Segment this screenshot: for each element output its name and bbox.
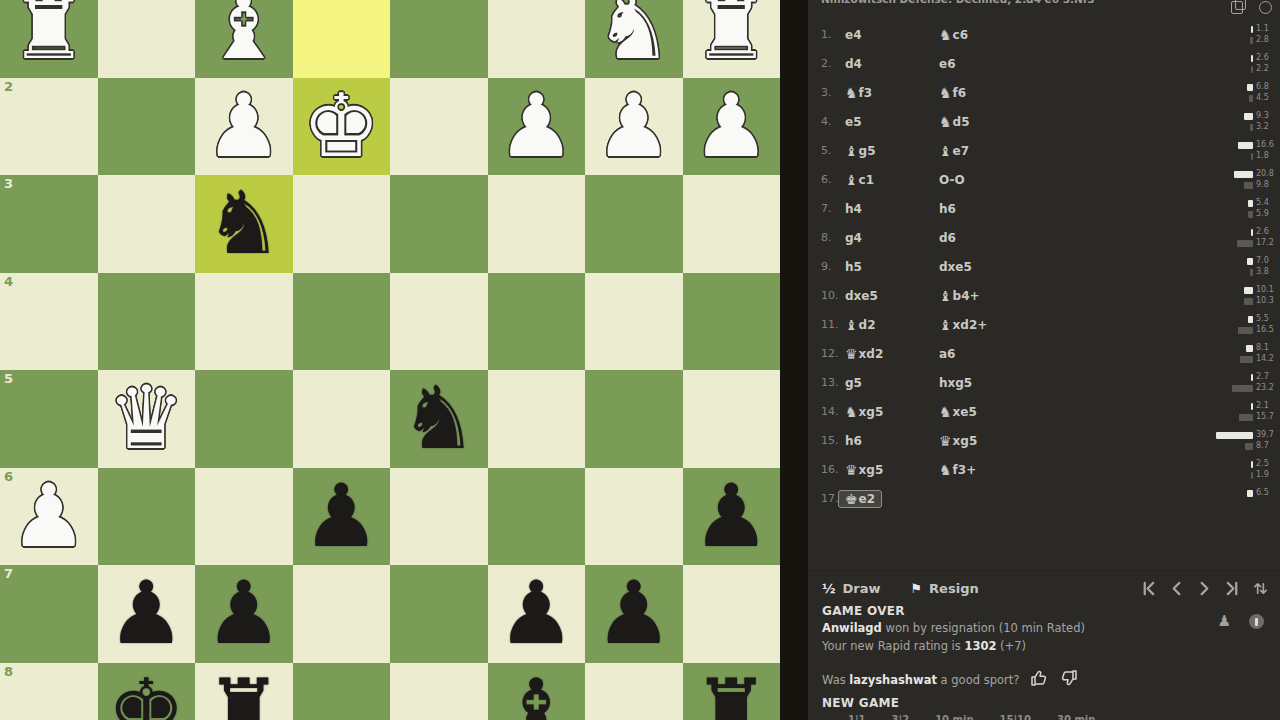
move-number: 12. (821, 347, 845, 360)
move-text: d2 (859, 318, 876, 332)
piece-black-knight[interactable]: ♞ (205, 175, 283, 272)
move-text: h6 (939, 202, 956, 216)
move-number: 9. (821, 260, 845, 273)
bishop-move-icon: ♝ (845, 144, 858, 158)
black-move-time: 16.5 (1186, 325, 1278, 336)
bishop-move-icon: ♝ (939, 289, 952, 303)
black-move[interactable]: hxg5 (939, 376, 1089, 390)
time-value: 1.9 (1256, 471, 1278, 479)
black-time-bar (1244, 298, 1253, 305)
square-c7[interactable]: ♟ (488, 565, 586, 663)
white-move-time: 10.1 (1186, 285, 1278, 296)
time-value: 8.7 (1256, 442, 1278, 450)
move-row: 10.dxe5♝b4+10.110.3 (808, 281, 1280, 310)
next-move-button[interactable] (1197, 581, 1212, 596)
square-f7[interactable]: ♟ (195, 565, 293, 663)
white-move-time: 5.5 (1186, 314, 1278, 325)
white-move[interactable]: ♛xd2 (845, 347, 939, 361)
black-move-time: 3.8 (1186, 267, 1278, 278)
black-time-bar (1232, 385, 1253, 392)
black-move-time: 17.2 (1186, 238, 1278, 249)
time-control-option[interactable]: 30 min (1057, 714, 1095, 720)
time-value: 5.4 (1256, 199, 1278, 207)
time-value: 6.8 (1256, 83, 1278, 91)
white-move-time: 2.6 (1186, 227, 1278, 238)
time-value: 2.2 (1256, 65, 1278, 73)
piece-black-knight[interactable]: ♞ (400, 370, 478, 467)
time-control-option[interactable]: 10 min (935, 714, 973, 720)
white-time-bar (1251, 461, 1253, 468)
square-b7[interactable]: ♟ (585, 565, 683, 663)
square-b4[interactable] (585, 273, 683, 371)
square-g2[interactable] (98, 78, 196, 176)
move-row: 12.♛xd2a68.114.2 (808, 339, 1280, 368)
square-a8[interactable]: ♜ (683, 663, 781, 720)
copy-icon[interactable] (1231, 1, 1243, 14)
knight-move-icon: ♞ (939, 28, 952, 42)
time-value: 1.1 (1256, 25, 1278, 33)
white-move-time: 5.4 (1186, 198, 1278, 209)
rank-label-5: 5 (4, 372, 13, 385)
black-move-time: 1.8 (1186, 151, 1278, 162)
square-f1[interactable]: ♝ (195, 0, 293, 78)
black-time-bar (1237, 240, 1253, 247)
square-e1[interactable] (293, 0, 391, 78)
black-time-bar (1250, 124, 1253, 131)
white-time-bar (1251, 26, 1253, 33)
time-value: 3.8 (1256, 268, 1278, 276)
black-move-time: 9.8 (1186, 180, 1278, 191)
move-row: 17.♚e26.5 (808, 484, 1280, 513)
square-a7[interactable] (683, 565, 781, 663)
square-f2[interactable]: ♟ (195, 78, 293, 176)
square-h6[interactable]: 6♟ (0, 468, 98, 566)
square-d8[interactable] (390, 663, 488, 720)
piece-white-king[interactable]: ♚ (302, 78, 380, 175)
black-time-bar (1240, 356, 1253, 363)
square-h8[interactable]: 8 (0, 663, 98, 720)
move-row: 9.h5dxe57.03.8 (808, 252, 1280, 281)
square-g1[interactable] (98, 0, 196, 78)
bishop-move-icon: ♝ (845, 318, 858, 332)
move-number: 11. (821, 318, 845, 331)
move-text: c6 (953, 28, 968, 42)
white-time-bar (1247, 490, 1253, 497)
square-e4[interactable] (293, 273, 391, 371)
sidebar-panel: Nimzowitsch Defense: Declined, 2.d4 e6 3… (808, 0, 1280, 720)
square-g6[interactable] (98, 468, 196, 566)
black-move[interactable]: O-O (939, 173, 1089, 187)
move-text: h4 (845, 202, 862, 216)
move-row: 2.d4e62.62.2 (808, 49, 1280, 78)
game-controls: ½ Draw ⚑ Resign (808, 570, 1280, 605)
square-a4[interactable] (683, 273, 781, 371)
move-times: 2.723.2 (1186, 372, 1278, 394)
time-value: 3.2 (1256, 123, 1278, 131)
move-times: 2.115.7 (1186, 401, 1278, 423)
black-move[interactable]: d6 (939, 231, 1089, 245)
move-text: e5 (845, 115, 862, 129)
black-move-time: 3.2 (1186, 122, 1278, 133)
black-time-bar (1250, 269, 1253, 276)
piece-white-queen[interactable]: ♛ (107, 370, 185, 467)
white-move[interactable]: dxe5 (845, 289, 939, 303)
move-text: d5 (953, 115, 970, 129)
time-control-option[interactable]: 15|10 (1000, 714, 1031, 720)
rank-label-2: 2 (4, 80, 13, 93)
square-h2[interactable]: 2 (0, 78, 98, 176)
thumbs-down-icon[interactable] (1059, 668, 1079, 691)
piece-white-rook[interactable]: ♜ (692, 0, 770, 77)
jump-start-button[interactable] (1141, 581, 1156, 596)
sport-question: Was lazyshashwat a good sport? (822, 673, 1019, 687)
move-times: 6.84.5 (1186, 82, 1278, 104)
square-a6[interactable]: ♟ (683, 468, 781, 566)
square-g5[interactable]: ♛ (98, 370, 196, 468)
black-time-bar (1244, 182, 1253, 189)
move-text: e7 (953, 144, 970, 158)
sport-suffix: a good sport? (937, 673, 1019, 687)
move-text: f3 (859, 86, 873, 100)
black-move[interactable]: dxe5 (939, 260, 1089, 274)
opponent-name: lazyshashwat (849, 673, 937, 687)
square-f8[interactable]: ♜ (195, 663, 293, 720)
draw-button[interactable]: ½ Draw (822, 581, 880, 596)
white-move[interactable]: h5 (845, 260, 939, 274)
move-text: e2 (859, 492, 876, 506)
flip-board-button[interactable] (1253, 581, 1268, 596)
white-move[interactable]: ♛xg5 (845, 463, 939, 477)
piece-black-pawn[interactable]: ♟ (302, 468, 380, 565)
white-move[interactable]: h6 (845, 434, 939, 448)
move-row: 16.♛xg5♞f3+2.51.9 (808, 455, 1280, 484)
flag-icon: ⚑ (910, 581, 922, 596)
black-move[interactable]: ♝xd2+ (939, 318, 1089, 332)
black-move-time: 5.9 (1186, 209, 1278, 220)
white-move[interactable]: e4 (845, 28, 939, 42)
rating-line: Your new Rapid rating is 1302 (+7) (822, 639, 1026, 653)
square-g4[interactable] (98, 273, 196, 371)
white-time-bar (1238, 142, 1253, 149)
white-time-bar (1246, 345, 1253, 352)
square-d1[interactable] (390, 0, 488, 78)
rank-label-8: 8 (4, 665, 13, 678)
piece-white-bishop[interactable]: ♝ (205, 0, 283, 77)
black-move-time: 2.8 (1186, 35, 1278, 46)
move-row: 7.h4h65.45.9 (808, 194, 1280, 223)
time-value: 17.2 (1256, 239, 1278, 247)
black-move[interactable]: e6 (939, 57, 1089, 71)
black-move[interactable]: ♝e7 (939, 144, 1089, 158)
white-time-bar (1247, 84, 1253, 91)
black-time-bar (1245, 443, 1253, 450)
white-move[interactable]: g5 (845, 376, 939, 390)
square-f6[interactable] (195, 468, 293, 566)
square-d7[interactable] (390, 565, 488, 663)
piece-white-pawn[interactable]: ♟ (692, 78, 770, 175)
knight-move-icon: ♞ (939, 115, 952, 129)
white-move[interactable]: ♞f3 (845, 86, 939, 100)
square-f4[interactable] (195, 273, 293, 371)
move-number: 6. (821, 173, 845, 186)
time-control-option[interactable]: 1|1 (848, 714, 866, 720)
rank-label-3: 3 (4, 177, 13, 190)
new-game-title: NEW GAME (822, 696, 899, 710)
time-control-option[interactable]: 3|2 (892, 714, 910, 720)
white-time-bar (1244, 113, 1253, 120)
white-move[interactable]: ♞xg5 (845, 405, 939, 419)
move-times: 8.114.2 (1186, 343, 1278, 365)
new-game-options: 1|13|210 min15|1030 min (848, 714, 1095, 720)
black-move-time: 2.2 (1186, 64, 1278, 75)
resign-button[interactable]: ⚑ Resign (910, 581, 978, 596)
time-value: 2.7 (1256, 373, 1278, 381)
move-number: 10. (821, 289, 845, 302)
move-row: 15.h6♛xg539.78.7 (808, 426, 1280, 455)
square-e8[interactable] (293, 663, 391, 720)
resign-label: Resign (929, 581, 979, 596)
time-value: 2.1 (1256, 402, 1278, 410)
white-move[interactable]: ♝c1 (845, 173, 939, 187)
black-move-time: 14.2 (1186, 354, 1278, 365)
white-time-bar (1234, 171, 1253, 178)
white-time-bar (1244, 287, 1253, 294)
move-times: 16.61.8 (1186, 140, 1278, 162)
square-c6[interactable] (488, 468, 586, 566)
piece-white-knight[interactable]: ♞ (595, 0, 673, 77)
time-value: 4.5 (1256, 94, 1278, 102)
move-times: 20.89.8 (1186, 169, 1278, 191)
square-e5[interactable] (293, 370, 391, 468)
square-b2[interactable]: ♟ (585, 78, 683, 176)
white-time-bar (1251, 374, 1253, 381)
time-value: 14.2 (1256, 355, 1278, 363)
square-c4[interactable] (488, 273, 586, 371)
info-icon[interactable] (1249, 614, 1264, 629)
piece-black-king[interactable]: ♚ (107, 663, 185, 720)
square-h3[interactable]: 3 (0, 175, 98, 273)
move-number: 5. (821, 144, 845, 157)
move-text: xg5 (859, 463, 884, 477)
square-b8[interactable] (585, 663, 683, 720)
square-a5[interactable] (683, 370, 781, 468)
piece-black-pawn[interactable]: ♟ (692, 468, 770, 565)
square-g8[interactable]: ♚ (98, 663, 196, 720)
square-e7[interactable] (293, 565, 391, 663)
piece-white-pawn[interactable]: ♟ (595, 78, 673, 175)
bishop-move-icon: ♝ (845, 173, 858, 187)
move-times: 39.78.7 (1186, 430, 1278, 452)
square-h5[interactable]: 5 (0, 370, 98, 468)
square-a1[interactable]: ♜ (683, 0, 781, 78)
black-move[interactable]: ♝b4+ (939, 289, 1089, 303)
black-move[interactable]: a6 (939, 347, 1089, 361)
knight-move-icon: ♞ (939, 463, 952, 477)
piece-black-bishop[interactable]: ♝ (497, 663, 575, 720)
square-h7[interactable]: 7 (0, 565, 98, 663)
black-move[interactable]: ♛xg5 (939, 434, 1089, 448)
square-e2[interactable]: ♚ (293, 78, 391, 176)
time-value: 9.8 (1256, 181, 1278, 189)
time-value: 7.0 (1256, 257, 1278, 265)
piece-white-rook[interactable]: ♜ (10, 0, 88, 77)
bishop-move-icon: ♝ (939, 144, 952, 158)
thumbs-up-icon[interactable] (1029, 668, 1049, 691)
black-move-time: 8.7 (1186, 441, 1278, 452)
move-text: f3+ (953, 463, 977, 477)
move-text: xe5 (953, 405, 977, 419)
current-move-chip[interactable]: ♚e2 (838, 490, 882, 508)
move-number: 2. (821, 57, 845, 70)
white-move-time: 20.8 (1186, 169, 1278, 180)
square-h1[interactable]: 1♜ (0, 0, 98, 78)
move-times: 2.62.2 (1186, 53, 1278, 75)
move-text: O-O (939, 173, 965, 187)
white-move[interactable]: g4 (845, 231, 939, 245)
white-time-bar (1247, 258, 1253, 265)
square-d4[interactable] (390, 273, 488, 371)
square-d3[interactable] (390, 175, 488, 273)
square-b1[interactable]: ♞ (585, 0, 683, 78)
piece-black-pawn[interactable]: ♟ (497, 565, 575, 662)
jump-end-button[interactable] (1225, 581, 1240, 596)
game-over-title: GAME OVER (822, 604, 905, 618)
move-row: 5.♝g5♝e716.61.8 (808, 136, 1280, 165)
draw-label: Draw (842, 581, 880, 596)
square-b5[interactable] (585, 370, 683, 468)
black-time-bar (1238, 327, 1253, 334)
black-move-time: 10.3 (1186, 296, 1278, 307)
move-text: g4 (845, 231, 862, 245)
move-times: 6.5 (1186, 488, 1278, 510)
piece-white-pawn[interactable]: ♟ (205, 78, 283, 175)
black-move-time (1186, 499, 1278, 510)
piece-white-pawn[interactable]: ♟ (10, 468, 88, 565)
square-d5[interactable]: ♞ (390, 370, 488, 468)
move-times: 2.617.2 (1186, 227, 1278, 249)
black-move[interactable]: ♞f6 (939, 86, 1089, 100)
piece-white-pawn[interactable]: ♟ (497, 78, 575, 175)
square-c5[interactable] (488, 370, 586, 468)
time-value: 1.8 (1256, 152, 1278, 160)
white-move[interactable]: e5 (845, 115, 939, 129)
square-g3[interactable] (98, 175, 196, 273)
move-row: 11.♝d2♝xd2+5.516.5 (808, 310, 1280, 339)
king-move-icon: ♚ (845, 492, 858, 506)
move-number: 14. (821, 405, 845, 418)
white-time-bar (1248, 316, 1253, 323)
rating-delta: (+7) (996, 639, 1026, 653)
square-e6[interactable]: ♟ (293, 468, 391, 566)
square-e3[interactable] (293, 175, 391, 273)
square-c1[interactable] (488, 0, 586, 78)
white-move[interactable]: h4 (845, 202, 939, 216)
black-time-bar (1248, 211, 1253, 218)
white-move[interactable]: ♝g5 (845, 144, 939, 158)
result-text: won by resignation (10 min Rated) (882, 621, 1085, 635)
black-move[interactable]: ♞d5 (939, 115, 1089, 129)
square-f3[interactable]: ♞ (195, 175, 293, 273)
white-move[interactable]: d4 (845, 57, 939, 71)
move-row: 3.♞f3♞f66.84.5 (808, 78, 1280, 107)
black-move-time: 1.9 (1186, 470, 1278, 481)
square-c8[interactable]: ♝ (488, 663, 586, 720)
move-text: g5 (845, 376, 862, 390)
black-move[interactable]: ♞f3+ (939, 463, 1089, 477)
time-value: 16.6 (1256, 141, 1278, 149)
move-text: c1 (859, 173, 874, 187)
black-move[interactable]: ♞c6 (939, 28, 1089, 42)
white-move-time: 2.6 (1186, 53, 1278, 64)
move-text: hxg5 (939, 376, 972, 390)
square-f5[interactable] (195, 370, 293, 468)
winner-name: Anwilagd (822, 621, 882, 635)
move-number: 16. (821, 463, 845, 476)
square-c2[interactable]: ♟ (488, 78, 586, 176)
move-text: f6 (953, 86, 967, 100)
white-time-bar (1216, 432, 1253, 439)
move-text: xg5 (859, 405, 884, 419)
move-number: 13. (821, 376, 845, 389)
time-value: 5.9 (1256, 210, 1278, 218)
white-move[interactable]: ♚e2 (845, 490, 939, 508)
move-times: 2.51.9 (1186, 459, 1278, 481)
square-g7[interactable]: ♟ (98, 565, 196, 663)
white-move-time: 6.5 (1186, 488, 1278, 499)
move-row: 4.e5♞d59.33.2 (808, 107, 1280, 136)
move-row: 13.g5hxg52.723.2 (808, 368, 1280, 397)
time-value: 8.1 (1256, 344, 1278, 352)
rating-value: 1302 (964, 639, 996, 653)
square-c3[interactable] (488, 175, 586, 273)
share-game-icon[interactable]: ♟ (1218, 614, 1231, 629)
black-time-bar (1251, 66, 1253, 73)
app-window: 1♜♝♞♜2♟♚♟♟♟3♞45♛♞6♟♟♟7♟♟♟♟8♚♜♝♜ Nimzowit… (0, 0, 1280, 720)
settings-icon[interactable] (1259, 1, 1272, 14)
move-nav (1141, 581, 1268, 596)
square-b3[interactable] (585, 175, 683, 273)
piece-black-pawn[interactable]: ♟ (205, 565, 283, 662)
black-move[interactable]: ♞xe5 (939, 405, 1089, 419)
piece-black-rook[interactable]: ♜ (205, 663, 283, 720)
time-value: 5.5 (1256, 315, 1278, 323)
opening-name: Nimzowitsch Defense: Declined, 2.d4 e6 3… (821, 0, 1121, 6)
black-time-bar (1251, 472, 1253, 479)
piece-black-pawn[interactable]: ♟ (107, 565, 185, 662)
white-time-bar (1251, 55, 1253, 62)
piece-black-pawn[interactable]: ♟ (595, 565, 673, 662)
square-b6[interactable] (585, 468, 683, 566)
prev-move-button[interactable] (1169, 581, 1184, 596)
square-d2[interactable] (390, 78, 488, 176)
time-value: 15.7 (1256, 413, 1278, 421)
game-over-icons: ♟ (1218, 614, 1264, 629)
square-a3[interactable] (683, 175, 781, 273)
piece-black-rook[interactable]: ♜ (692, 663, 770, 720)
square-a2[interactable]: ♟ (683, 78, 781, 176)
move-text: e4 (845, 28, 862, 42)
move-times: 1.12.8 (1186, 24, 1278, 46)
rating-prefix: Your new Rapid rating is (822, 639, 964, 653)
black-move[interactable]: h6 (939, 202, 1089, 216)
move-times: 5.516.5 (1186, 314, 1278, 336)
black-time-bar (1250, 37, 1253, 44)
square-h4[interactable]: 4 (0, 273, 98, 371)
white-move[interactable]: ♝d2 (845, 318, 939, 332)
square-d6[interactable] (390, 468, 488, 566)
white-move-time: 2.5 (1186, 459, 1278, 470)
knight-move-icon: ♞ (939, 405, 952, 419)
